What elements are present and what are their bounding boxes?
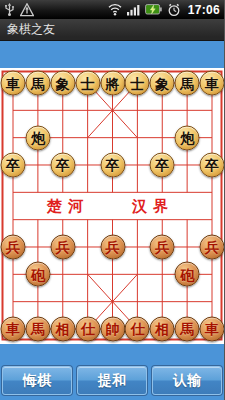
title-bar: 象棋之友 xyxy=(0,19,224,41)
black-piece-卒-r3c4[interactable]: 卒 xyxy=(100,152,125,177)
red-piece-車-r9c8[interactable]: 車 xyxy=(200,316,225,341)
phone-screen: 17:06 象棋之友 楚河 汉界 車馬象士將士象馬車炮炮卒卒卒卒卒兵兵兵兵兵砲砲… xyxy=(0,0,224,400)
red-piece-兵-r6c8[interactable]: 兵 xyxy=(200,234,225,259)
river-text-right: 汉界 xyxy=(131,197,174,215)
black-piece-炮-r2c7[interactable]: 炮 xyxy=(175,125,200,150)
red-piece-仕-r9c5[interactable]: 仕 xyxy=(125,316,150,341)
black-piece-卒-r3c6[interactable]: 卒 xyxy=(150,152,175,177)
black-piece-士-r0c5[interactable]: 士 xyxy=(125,71,150,96)
resign-button[interactable]: 认输 xyxy=(152,366,222,395)
red-piece-仕-r9c3[interactable]: 仕 xyxy=(75,316,100,341)
black-piece-車-r0c0[interactable]: 車 xyxy=(1,71,26,96)
red-piece-兵-r6c6[interactable]: 兵 xyxy=(150,234,175,259)
black-piece-卒-r3c2[interactable]: 卒 xyxy=(50,152,75,177)
black-piece-士-r0c3[interactable]: 士 xyxy=(75,71,100,96)
status-right: 17:06 xyxy=(108,3,220,17)
app-title: 象棋之友 xyxy=(7,21,55,38)
red-piece-車-r9c0[interactable]: 車 xyxy=(1,316,26,341)
red-piece-馬-r9c7[interactable]: 馬 xyxy=(175,316,200,341)
red-piece-砲-r7c7[interactable]: 砲 xyxy=(175,262,200,287)
board-grid: 楚河 汉界 xyxy=(0,68,224,344)
wifi-icon xyxy=(108,3,122,16)
alarm-clock-icon xyxy=(167,3,181,17)
clock-time: 17:06 xyxy=(188,3,220,17)
xiangqi-board[interactable]: 楚河 汉界 車馬象士將士象馬車炮炮卒卒卒卒卒兵兵兵兵兵砲砲車馬相仕帥仕相馬車 xyxy=(0,68,224,344)
black-piece-卒-r3c0[interactable]: 卒 xyxy=(1,152,26,177)
battery-charging-icon xyxy=(145,4,162,15)
app-background: 楚河 汉界 車馬象士將士象馬車炮炮卒卒卒卒卒兵兵兵兵兵砲砲車馬相仕帥仕相馬車 悔… xyxy=(0,42,224,400)
red-piece-兵-r6c2[interactable]: 兵 xyxy=(50,234,75,259)
red-piece-相-r9c6[interactable]: 相 xyxy=(150,316,175,341)
red-piece-帥-r9c4[interactable]: 帥 xyxy=(100,316,125,341)
red-piece-馬-r9c1[interactable]: 馬 xyxy=(25,316,50,341)
signal-strength-icon xyxy=(127,3,140,16)
black-piece-將-r0c4[interactable]: 將 xyxy=(100,71,125,96)
black-piece-車-r0c8[interactable]: 車 xyxy=(200,71,225,96)
status-left xyxy=(4,3,34,17)
undo-move-button[interactable]: 悔棋 xyxy=(2,366,72,395)
black-piece-卒-r3c8[interactable]: 卒 xyxy=(200,152,225,177)
usb-icon xyxy=(4,3,15,17)
offer-draw-button[interactable]: 提和 xyxy=(77,366,147,395)
red-piece-兵-r6c0[interactable]: 兵 xyxy=(1,234,26,259)
black-piece-象-r0c6[interactable]: 象 xyxy=(150,71,175,96)
adb-debug-icon xyxy=(20,3,34,17)
river-text-left: 楚河 xyxy=(46,197,89,215)
black-piece-象-r0c2[interactable]: 象 xyxy=(50,71,75,96)
black-piece-馬-r0c1[interactable]: 馬 xyxy=(25,71,50,96)
status-bar: 17:06 xyxy=(0,0,224,19)
red-piece-相-r9c2[interactable]: 相 xyxy=(50,316,75,341)
red-piece-砲-r7c1[interactable]: 砲 xyxy=(25,262,50,287)
red-piece-兵-r6c4[interactable]: 兵 xyxy=(100,234,125,259)
button-bar: 悔棋 提和 认输 xyxy=(2,366,222,395)
black-piece-炮-r2c1[interactable]: 炮 xyxy=(25,125,50,150)
black-piece-馬-r0c7[interactable]: 馬 xyxy=(175,71,200,96)
